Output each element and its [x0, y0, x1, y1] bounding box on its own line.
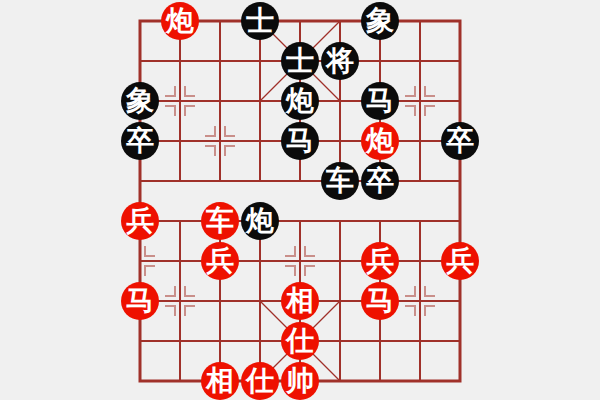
piece-red-advisor[interactable]: 仕 [241, 362, 279, 400]
xiangqi-board: 炮士象士将象炮马卒马炮卒车卒兵车炮兵兵兵马相马仕相仕帅 [120, 1, 480, 400]
board-point[interactable] [400, 41, 440, 81]
board-point[interactable] [400, 201, 440, 241]
board-point[interactable] [120, 361, 160, 400]
board-point[interactable] [320, 1, 360, 41]
board-point[interactable]: 炮 [280, 81, 320, 121]
piece-red-chariot[interactable]: 车 [201, 202, 239, 240]
board-point[interactable] [280, 241, 320, 281]
board-point[interactable]: 将 [320, 41, 360, 81]
board-point[interactable] [400, 361, 440, 400]
board-point[interactable] [320, 281, 360, 321]
board-point[interactable]: 马 [360, 281, 400, 321]
board-point[interactable]: 兵 [440, 241, 480, 281]
board-point[interactable]: 士 [280, 41, 320, 81]
board-point[interactable]: 卒 [120, 121, 160, 161]
board-point[interactable] [120, 241, 160, 281]
piece-black-advisor[interactable]: 士 [241, 2, 279, 40]
xiangqi-diagram: 炮士象士将象炮马卒马炮卒车卒兵车炮兵兵兵马相马仕相仕帅 [0, 0, 600, 400]
board-point[interactable] [160, 121, 200, 161]
board-point[interactable]: 炮 [360, 121, 400, 161]
board-point[interactable]: 卒 [360, 161, 400, 201]
board-point[interactable] [200, 81, 240, 121]
board-point[interactable] [280, 1, 320, 41]
piece-black-elephant[interactable]: 象 [121, 82, 159, 120]
board-point[interactable] [320, 321, 360, 361]
board-point[interactable] [320, 201, 360, 241]
piece-red-cannon[interactable]: 炮 [161, 2, 199, 40]
board-point[interactable]: 象 [120, 81, 160, 121]
piece-black-soldier[interactable]: 卒 [441, 122, 479, 160]
board-point[interactable] [160, 321, 200, 361]
piece-black-soldier[interactable]: 卒 [361, 162, 399, 200]
piece-black-cannon[interactable]: 炮 [241, 202, 279, 240]
board-point[interactable]: 卒 [440, 121, 480, 161]
board-point[interactable] [440, 81, 480, 121]
board-point[interactable] [400, 81, 440, 121]
board-point[interactable] [440, 161, 480, 201]
board-point[interactable] [400, 121, 440, 161]
board-point[interactable] [400, 321, 440, 361]
board-point[interactable] [440, 41, 480, 81]
board-point[interactable] [160, 81, 200, 121]
board-point[interactable] [440, 321, 480, 361]
piece-red-horse[interactable]: 马 [121, 282, 159, 320]
board-point[interactable] [240, 81, 280, 121]
piece-red-cannon[interactable]: 炮 [361, 122, 399, 160]
board-point[interactable]: 炮 [240, 201, 280, 241]
piece-black-horse[interactable]: 马 [281, 122, 319, 160]
piece-black-elephant[interactable]: 象 [361, 2, 399, 40]
board-point[interactable] [320, 121, 360, 161]
board-point[interactable] [160, 281, 200, 321]
board-point[interactable]: 兵 [360, 241, 400, 281]
board-point[interactable] [200, 121, 240, 161]
board-point[interactable] [120, 161, 160, 201]
piece-red-advisor[interactable]: 仕 [281, 322, 319, 360]
board-point[interactable]: 仕 [280, 321, 320, 361]
board-point[interactable] [440, 361, 480, 400]
piece-red-soldier[interactable]: 兵 [441, 242, 479, 280]
piece-red-elephant[interactable]: 相 [281, 282, 319, 320]
board-point[interactable]: 炮 [160, 1, 200, 41]
board-point[interactable] [240, 241, 280, 281]
board-point[interactable] [320, 361, 360, 400]
piece-red-soldier[interactable]: 兵 [361, 242, 399, 280]
board-point[interactable] [120, 41, 160, 81]
board-point[interactable]: 相 [280, 281, 320, 321]
board-point[interactable]: 象 [360, 1, 400, 41]
board-point[interactable] [240, 321, 280, 361]
piece-black-soldier[interactable]: 卒 [121, 122, 159, 160]
piece-black-chariot[interactable]: 车 [321, 162, 359, 200]
piece-black-horse[interactable]: 马 [361, 82, 399, 120]
board-point[interactable]: 马 [280, 121, 320, 161]
piece-red-soldier[interactable]: 兵 [121, 202, 159, 240]
board-point[interactable] [400, 1, 440, 41]
board-point[interactable] [400, 241, 440, 281]
board-point[interactable] [120, 321, 160, 361]
board-point[interactable]: 仕 [240, 361, 280, 400]
board-point[interactable]: 车 [320, 161, 360, 201]
piece-red-horse[interactable]: 马 [361, 282, 399, 320]
board-point[interactable] [320, 241, 360, 281]
piece-red-king[interactable]: 帅 [281, 362, 319, 400]
piece-red-elephant[interactable]: 相 [201, 362, 239, 400]
piece-black-general[interactable]: 将 [321, 42, 359, 80]
board-point[interactable] [360, 201, 400, 241]
board-point[interactable]: 兵 [200, 241, 240, 281]
board-point[interactable] [160, 241, 200, 281]
board-point[interactable]: 相 [200, 361, 240, 400]
board-point[interactable] [240, 161, 280, 201]
board-point[interactable]: 马 [360, 81, 400, 121]
board-point[interactable] [160, 41, 200, 81]
board-point[interactable] [360, 321, 400, 361]
board-point[interactable] [240, 121, 280, 161]
board-point[interactable] [240, 41, 280, 81]
board-point[interactable] [160, 161, 200, 201]
board-point[interactable] [200, 321, 240, 361]
board-point[interactable] [440, 201, 480, 241]
board-point[interactable] [360, 41, 400, 81]
board-point[interactable] [400, 281, 440, 321]
piece-black-cannon[interactable]: 炮 [281, 82, 319, 120]
board-point[interactable]: 马 [120, 281, 160, 321]
board-point[interactable] [440, 281, 480, 321]
board-point[interactable] [200, 1, 240, 41]
board-point[interactable]: 兵 [120, 201, 160, 241]
board-point[interactable] [280, 201, 320, 241]
board-point[interactable] [200, 161, 240, 201]
board-point[interactable]: 士 [240, 1, 280, 41]
piece-black-advisor[interactable]: 士 [281, 42, 319, 80]
board-point[interactable] [440, 1, 480, 41]
board-point[interactable] [160, 201, 200, 241]
board-point[interactable]: 帅 [280, 361, 320, 400]
board-point[interactable] [360, 361, 400, 400]
board-point[interactable] [240, 281, 280, 321]
board-point[interactable] [320, 81, 360, 121]
board-point[interactable] [280, 161, 320, 201]
board-point[interactable] [400, 161, 440, 201]
board-point[interactable] [200, 41, 240, 81]
board-point[interactable] [200, 281, 240, 321]
board-point[interactable]: 车 [200, 201, 240, 241]
board-point[interactable] [120, 1, 160, 41]
piece-red-soldier[interactable]: 兵 [201, 242, 239, 280]
board-point[interactable] [160, 361, 200, 400]
